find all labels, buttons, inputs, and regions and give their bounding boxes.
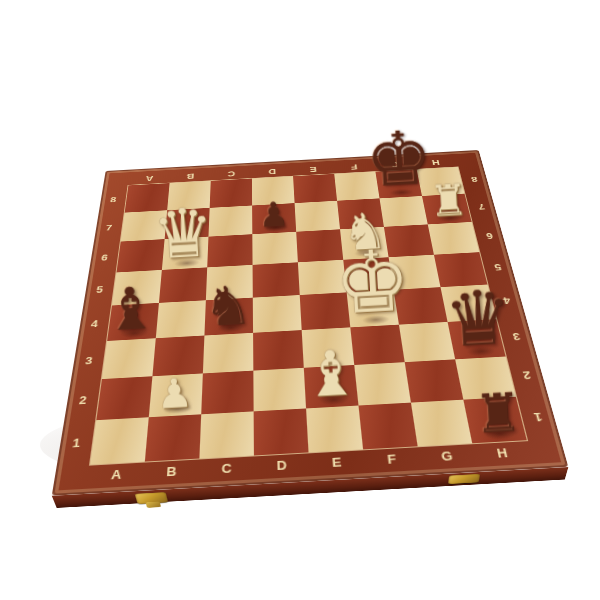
square-g8[interactable] (375, 169, 422, 198)
square-b5[interactable] (159, 267, 207, 303)
square-f7[interactable] (337, 198, 384, 229)
square-a8[interactable] (125, 183, 170, 212)
piece-anchor-c4: ♞ (204, 298, 253, 336)
files-top-B: B (170, 167, 211, 180)
brass-clasp-left (135, 492, 168, 504)
piece-anchor-a4: ♝ (107, 303, 159, 341)
files-top-C: C (211, 165, 252, 178)
files-top-H: H (414, 154, 457, 167)
square-h7[interactable] (422, 194, 472, 225)
square-b6[interactable] (162, 237, 209, 270)
chess-board: ABCDEFGH ABCDEFGH 87654321 87654321 ♚♟♜♛… (52, 150, 569, 496)
photo-tilt-wrapper: ABCDEFGH ABCDEFGH 87654321 87654321 ♚♟♜♛… (0, 0, 600, 600)
square-b7[interactable] (165, 208, 210, 239)
square-c8[interactable] (210, 179, 252, 208)
square-e7[interactable] (295, 201, 340, 232)
square-g7[interactable] (380, 196, 428, 227)
files-top-D: D (252, 163, 293, 176)
files-top-E: E (292, 160, 334, 173)
square-h8[interactable] (417, 167, 465, 196)
piece-black-rook-h1[interactable]: ♜ (472, 385, 523, 441)
square-c7[interactable] (208, 205, 252, 236)
piece-black-queen-h3[interactable]: ♛ (442, 279, 513, 358)
piece-black-knight-c4[interactable]: ♞ (202, 278, 253, 334)
piece-anchor-f4: ♚ (347, 290, 399, 328)
piece-anchor-b2: ♟ (149, 373, 203, 417)
piece-anchor-h1: ♜ (463, 397, 526, 444)
square-h6[interactable] (428, 222, 479, 255)
square-e8[interactable] (293, 174, 337, 203)
square-d6[interactable] (252, 232, 298, 265)
square-f8[interactable] (334, 172, 379, 201)
square-b8[interactable] (167, 181, 211, 210)
files-top-G: G (373, 156, 416, 169)
square-c6[interactable] (207, 234, 252, 267)
piece-white-pawn-b2[interactable]: ♟ (155, 373, 193, 415)
piece-black-bishop-a4[interactable]: ♝ (102, 279, 157, 340)
perspective-scene: ABCDEFGH ABCDEFGH 87654321 87654321 ♚♟♜♛… (0, 0, 600, 600)
piece-white-king-f4[interactable]: ♚ (332, 238, 413, 327)
square-d8[interactable] (252, 176, 295, 205)
square-d7[interactable] (252, 203, 296, 234)
square-a7[interactable] (121, 210, 167, 241)
piece-anchor-h3: ♛ (448, 319, 506, 359)
files-top-F: F (333, 158, 375, 171)
brass-clasp-right (448, 474, 480, 484)
square-a6[interactable] (117, 239, 165, 272)
piece-anchor-e2: ♝ (304, 365, 359, 408)
files-top-A: A (129, 169, 171, 182)
square-d5[interactable] (253, 262, 300, 297)
piece-white-bishop-e2[interactable]: ♝ (301, 341, 360, 406)
